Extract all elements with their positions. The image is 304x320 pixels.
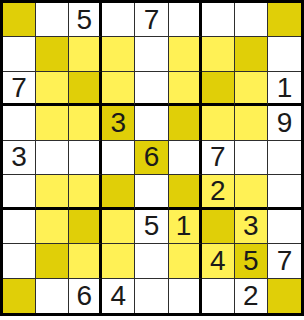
cell-r8c2[interactable] bbox=[36, 244, 69, 278]
cell-r6c3[interactable] bbox=[69, 175, 102, 209]
page: 5771393672513457642 bbox=[0, 0, 304, 320]
cell-r4c1[interactable] bbox=[3, 106, 36, 140]
cell-r5c4[interactable] bbox=[102, 141, 135, 175]
cell-r5c1[interactable]: 3 bbox=[3, 141, 36, 175]
cell-r9c7[interactable] bbox=[202, 279, 235, 313]
cell-r1c3[interactable]: 5 bbox=[69, 3, 102, 37]
cell-r1c2[interactable] bbox=[36, 3, 69, 37]
cell-r1c1[interactable] bbox=[3, 3, 36, 37]
cell-r3c6[interactable] bbox=[169, 72, 202, 106]
cell-r3c9[interactable]: 1 bbox=[268, 72, 301, 106]
cell-r5c2[interactable] bbox=[36, 141, 69, 175]
cell-r8c6[interactable] bbox=[169, 244, 202, 278]
cell-r2c9[interactable] bbox=[268, 37, 301, 71]
cell-r1c4[interactable] bbox=[102, 3, 135, 37]
cell-r2c4[interactable] bbox=[102, 37, 135, 71]
cell-r4c3[interactable] bbox=[69, 106, 102, 140]
cell-r6c7[interactable]: 2 bbox=[202, 175, 235, 209]
cell-r7c5[interactable]: 5 bbox=[135, 210, 168, 244]
cell-r5c8[interactable] bbox=[235, 141, 268, 175]
cell-r7c9[interactable] bbox=[268, 210, 301, 244]
cell-r9c4[interactable]: 4 bbox=[102, 279, 135, 313]
cell-r6c1[interactable] bbox=[3, 175, 36, 209]
cell-r3c1[interactable]: 7 bbox=[3, 72, 36, 106]
cell-r3c8[interactable] bbox=[235, 72, 268, 106]
cell-r5c7[interactable]: 7 bbox=[202, 141, 235, 175]
sudoku-board: 5771393672513457642 bbox=[0, 0, 304, 316]
cell-r8c5[interactable] bbox=[135, 244, 168, 278]
cell-r4c5[interactable] bbox=[135, 106, 168, 140]
cell-r7c6[interactable]: 1 bbox=[169, 210, 202, 244]
cell-r9c1[interactable] bbox=[3, 279, 36, 313]
cell-r6c5[interactable] bbox=[135, 175, 168, 209]
cell-r4c6[interactable] bbox=[169, 106, 202, 140]
cell-r8c3[interactable] bbox=[69, 244, 102, 278]
cell-r6c6[interactable] bbox=[169, 175, 202, 209]
cell-r8c8[interactable]: 5 bbox=[235, 244, 268, 278]
cell-r8c7[interactable]: 4 bbox=[202, 244, 235, 278]
cell-r2c6[interactable] bbox=[169, 37, 202, 71]
cell-r2c1[interactable] bbox=[3, 37, 36, 71]
cell-r8c9[interactable]: 7 bbox=[268, 244, 301, 278]
cell-r1c9[interactable] bbox=[268, 3, 301, 37]
cell-r1c8[interactable] bbox=[235, 3, 268, 37]
cell-r6c9[interactable] bbox=[268, 175, 301, 209]
cell-r2c7[interactable] bbox=[202, 37, 235, 71]
cell-r2c2[interactable] bbox=[36, 37, 69, 71]
cell-r7c4[interactable] bbox=[102, 210, 135, 244]
cell-r9c2[interactable] bbox=[36, 279, 69, 313]
cell-r7c8[interactable]: 3 bbox=[235, 210, 268, 244]
cell-r3c2[interactable] bbox=[36, 72, 69, 106]
cell-r9c3[interactable]: 6 bbox=[69, 279, 102, 313]
cell-r3c5[interactable] bbox=[135, 72, 168, 106]
cell-r7c3[interactable] bbox=[69, 210, 102, 244]
cell-r5c3[interactable] bbox=[69, 141, 102, 175]
cell-r2c3[interactable] bbox=[69, 37, 102, 71]
cell-r1c6[interactable] bbox=[169, 3, 202, 37]
cell-r5c6[interactable] bbox=[169, 141, 202, 175]
cell-r9c8[interactable]: 2 bbox=[235, 279, 268, 313]
cell-r3c7[interactable] bbox=[202, 72, 235, 106]
cell-r9c9[interactable] bbox=[268, 279, 301, 313]
cell-r3c4[interactable] bbox=[102, 72, 135, 106]
cell-r4c8[interactable] bbox=[235, 106, 268, 140]
cell-r1c5[interactable]: 7 bbox=[135, 3, 168, 37]
cell-r4c9[interactable]: 9 bbox=[268, 106, 301, 140]
cell-r7c7[interactable] bbox=[202, 210, 235, 244]
cell-r6c4[interactable] bbox=[102, 175, 135, 209]
cell-r2c5[interactable] bbox=[135, 37, 168, 71]
cell-r3c3[interactable] bbox=[69, 72, 102, 106]
cell-r8c1[interactable] bbox=[3, 244, 36, 278]
cell-r9c5[interactable] bbox=[135, 279, 168, 313]
cell-r7c2[interactable] bbox=[36, 210, 69, 244]
cell-r5c5[interactable]: 6 bbox=[135, 141, 168, 175]
cell-r8c4[interactable] bbox=[102, 244, 135, 278]
cell-r4c4[interactable]: 3 bbox=[102, 106, 135, 140]
cell-r2c8[interactable] bbox=[235, 37, 268, 71]
cell-r6c8[interactable] bbox=[235, 175, 268, 209]
cell-r1c7[interactable] bbox=[202, 3, 235, 37]
cell-r9c6[interactable] bbox=[169, 279, 202, 313]
cell-r4c2[interactable] bbox=[36, 106, 69, 140]
cell-r6c2[interactable] bbox=[36, 175, 69, 209]
cell-r4c7[interactable] bbox=[202, 106, 235, 140]
cell-r7c1[interactable] bbox=[3, 210, 36, 244]
cell-r5c9[interactable] bbox=[268, 141, 301, 175]
